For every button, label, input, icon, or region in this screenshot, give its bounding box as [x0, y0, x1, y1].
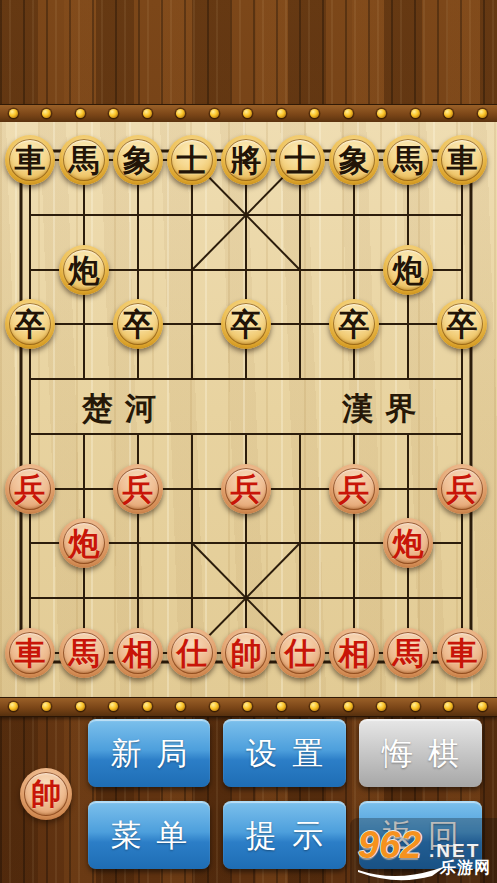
piece-red-P-file8-rank6[interactable]: 兵 [437, 464, 487, 514]
rail-stud [243, 702, 252, 711]
rail-stud [277, 109, 286, 118]
piece-glyph: 炮 [393, 255, 424, 286]
piece-glyph: 卒 [447, 309, 478, 340]
piece-glyph: 兵 [123, 474, 154, 505]
rail-stud [109, 109, 118, 118]
piece-glyph: 馬 [69, 145, 100, 176]
piece-glyph: 炮 [69, 255, 100, 286]
piece-red-A-file5-rank9[interactable]: 仕 [275, 628, 325, 678]
watermark-962-text: 962 [358, 826, 421, 864]
piece-glyph: 相 [339, 638, 370, 669]
new-game-button[interactable]: 新局 [88, 719, 210, 787]
piece-black-P-file8-rank3[interactable]: 卒 [437, 299, 487, 349]
rail-stud [243, 109, 252, 118]
piece-glyph: 馬 [69, 638, 100, 669]
piece-glyph: 兵 [231, 474, 262, 505]
piece-black-C-file1-rank2[interactable]: 炮 [59, 245, 109, 295]
rail-stud [277, 702, 286, 711]
rail-stud [310, 702, 319, 711]
piece-glyph: 士 [177, 145, 208, 176]
xiangqi-app-screen: 楚河 漢界 車馬象士將士象馬車炮炮卒卒卒卒卒兵兵兵兵兵炮炮車馬相仕帥仕相馬車 帥… [0, 0, 497, 883]
piece-red-N-file1-rank9[interactable]: 馬 [59, 628, 109, 678]
piece-red-R-file8-rank9[interactable]: 車 [437, 628, 487, 678]
site-watermark: 962 .NET 乐游网 [350, 818, 497, 883]
piece-black-A-file5-rank0[interactable]: 士 [275, 135, 325, 185]
piece-glyph: 將 [231, 145, 262, 176]
rail-stud [176, 109, 185, 118]
rail-stud [42, 109, 51, 118]
rail-stud [377, 109, 386, 118]
piece-red-C-file1-rank7[interactable]: 炮 [59, 518, 109, 568]
turn-indicator-red-general: 帥 [20, 768, 72, 820]
piece-black-K-file4-rank0[interactable]: 將 [221, 135, 271, 185]
turn-indicator-glyph: 帥 [31, 779, 61, 809]
rail-stud [42, 702, 51, 711]
piece-glyph: 仕 [177, 638, 208, 669]
piece-glyph: 卒 [123, 309, 154, 340]
piece-glyph: 卒 [231, 309, 262, 340]
piece-glyph: 炮 [393, 528, 424, 559]
piece-black-R-file8-rank0[interactable]: 車 [437, 135, 487, 185]
piece-red-P-file2-rank6[interactable]: 兵 [113, 464, 163, 514]
piece-red-A-file3-rank9[interactable]: 仕 [167, 628, 217, 678]
piece-glyph: 車 [15, 638, 46, 669]
piece-red-B-file2-rank9[interactable]: 相 [113, 628, 163, 678]
rail-stud [377, 702, 386, 711]
piece-red-R-file0-rank9[interactable]: 車 [5, 628, 55, 678]
river-label-chu-he: 楚河 [82, 388, 168, 430]
xiangqi-board[interactable]: 楚河 漢界 車馬象士將士象馬車炮炮卒卒卒卒卒兵兵兵兵兵炮炮車馬相仕帥仕相馬車 [0, 122, 497, 697]
rail-stud [344, 702, 353, 711]
piece-red-B-file6-rank9[interactable]: 相 [329, 628, 379, 678]
undo-button[interactable]: 悔棋 [359, 719, 482, 787]
piece-black-P-file4-rank3[interactable]: 卒 [221, 299, 271, 349]
piece-black-P-file0-rank3[interactable]: 卒 [5, 299, 55, 349]
river-label-han-jie: 漢界 [342, 388, 428, 430]
rail-stud [444, 702, 453, 711]
piece-black-P-file6-rank3[interactable]: 卒 [329, 299, 379, 349]
piece-red-P-file0-rank6[interactable]: 兵 [5, 464, 55, 514]
piece-black-P-file2-rank3[interactable]: 卒 [113, 299, 163, 349]
piece-black-N-file7-rank0[interactable]: 馬 [383, 135, 433, 185]
rail-stud [478, 702, 487, 711]
piece-glyph: 士 [285, 145, 316, 176]
rail-stud [310, 109, 319, 118]
piece-glyph: 帥 [231, 638, 262, 669]
rail-stud [9, 109, 18, 118]
piece-glyph: 車 [447, 145, 478, 176]
piece-glyph: 相 [123, 638, 154, 669]
board-bottom-rail [0, 697, 497, 717]
piece-red-P-file6-rank6[interactable]: 兵 [329, 464, 379, 514]
rail-stud [143, 109, 152, 118]
piece-black-N-file1-rank0[interactable]: 馬 [59, 135, 109, 185]
hint-button[interactable]: 提示 [223, 801, 346, 869]
piece-black-A-file3-rank0[interactable]: 士 [167, 135, 217, 185]
rail-stud [478, 109, 487, 118]
piece-glyph: 卒 [15, 309, 46, 340]
watermark-swoosh-icon [354, 864, 454, 882]
menu-button[interactable]: 菜单 [88, 801, 210, 869]
settings-button[interactable]: 设置 [223, 719, 346, 787]
watermark-site-name: 乐游网 [440, 858, 491, 879]
piece-red-K-file4-rank9[interactable]: 帥 [221, 628, 271, 678]
piece-red-N-file7-rank9[interactable]: 馬 [383, 628, 433, 678]
piece-red-P-file4-rank6[interactable]: 兵 [221, 464, 271, 514]
piece-glyph: 象 [339, 145, 370, 176]
piece-glyph: 仕 [285, 638, 316, 669]
rail-stud [143, 702, 152, 711]
piece-glyph: 兵 [339, 474, 370, 505]
rail-stud [109, 702, 118, 711]
piece-black-R-file0-rank0[interactable]: 車 [5, 135, 55, 185]
rail-stud [210, 109, 219, 118]
rail-stud [411, 109, 420, 118]
piece-glyph: 馬 [393, 145, 424, 176]
piece-glyph: 炮 [69, 528, 100, 559]
piece-glyph: 兵 [447, 474, 478, 505]
piece-glyph: 象 [123, 145, 154, 176]
rail-stud [76, 702, 85, 711]
rail-stud [210, 702, 219, 711]
piece-glyph: 卒 [339, 309, 370, 340]
piece-black-B-file6-rank0[interactable]: 象 [329, 135, 379, 185]
rail-stud [444, 109, 453, 118]
rail-stud [411, 702, 420, 711]
piece-black-C-file7-rank2[interactable]: 炮 [383, 245, 433, 295]
rail-stud [9, 702, 18, 711]
board-top-rail [0, 104, 497, 124]
piece-black-B-file2-rank0[interactable]: 象 [113, 135, 163, 185]
piece-glyph: 馬 [393, 638, 424, 669]
rail-stud [344, 109, 353, 118]
piece-red-C-file7-rank7[interactable]: 炮 [383, 518, 433, 568]
rail-stud [176, 702, 185, 711]
piece-glyph: 車 [15, 145, 46, 176]
piece-glyph: 兵 [15, 474, 46, 505]
rail-stud [76, 109, 85, 118]
piece-glyph: 車 [447, 638, 478, 669]
